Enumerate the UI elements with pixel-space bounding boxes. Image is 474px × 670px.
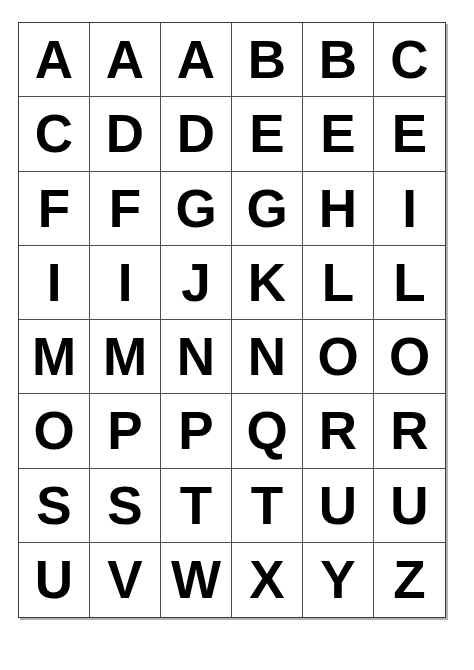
letter-cell: G: [161, 172, 232, 246]
letter-cell: M: [90, 320, 161, 394]
letter-cell: O: [374, 320, 445, 394]
letter-cell: E: [303, 97, 374, 171]
letter-cell: Y: [303, 543, 374, 617]
letter-cell: L: [374, 246, 445, 320]
letter-cell: V: [90, 543, 161, 617]
letter-cell: D: [90, 97, 161, 171]
letter-cell: K: [232, 246, 303, 320]
letter-cell: A: [161, 23, 232, 97]
letter-cell: F: [90, 172, 161, 246]
letter-cell: M: [19, 320, 90, 394]
letter-cell: P: [90, 394, 161, 468]
letter-cell: U: [303, 469, 374, 543]
letter-cell: Z: [374, 543, 445, 617]
letter-cell: S: [90, 469, 161, 543]
letter-cell: B: [303, 23, 374, 97]
letter-cell: P: [161, 394, 232, 468]
letter-cell: X: [232, 543, 303, 617]
letter-cell: N: [232, 320, 303, 394]
letter-cell: Q: [232, 394, 303, 468]
letter-cell: L: [303, 246, 374, 320]
letter-cell: R: [303, 394, 374, 468]
letter-cell: S: [19, 469, 90, 543]
letter-cell: O: [303, 320, 374, 394]
letter-cell: D: [161, 97, 232, 171]
letter-cell: F: [19, 172, 90, 246]
letter-cell: U: [374, 469, 445, 543]
letter-cell: A: [90, 23, 161, 97]
letter-cell: W: [161, 543, 232, 617]
letter-cell: E: [232, 97, 303, 171]
letter-cell: I: [19, 246, 90, 320]
letter-cell: A: [19, 23, 90, 97]
letter-cell: G: [232, 172, 303, 246]
letter-cell: I: [90, 246, 161, 320]
letter-cell: E: [374, 97, 445, 171]
letter-cell: U: [19, 543, 90, 617]
letter-cell: B: [232, 23, 303, 97]
letter-cell: H: [303, 172, 374, 246]
letter-cell: C: [374, 23, 445, 97]
letter-cell: J: [161, 246, 232, 320]
letter-grid: AAABBCCDDEEEFFGGHIIIJKLLMMNNOOOPPQRRSSTT…: [18, 22, 446, 618]
worksheet-page: AAABBCCDDEEEFFGGHIIIJKLLMMNNOOOPPQRRSSTT…: [0, 0, 474, 670]
letter-cell: O: [19, 394, 90, 468]
letter-cell: I: [374, 172, 445, 246]
letter-cell: T: [232, 469, 303, 543]
letter-cell: T: [161, 469, 232, 543]
letter-cell: R: [374, 394, 445, 468]
letter-cell: C: [19, 97, 90, 171]
letter-cell: N: [161, 320, 232, 394]
